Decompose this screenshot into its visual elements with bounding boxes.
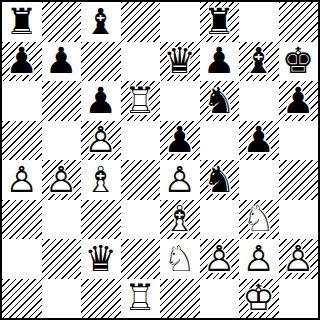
square-c7[interactable] (81, 42, 121, 82)
square-g7[interactable]: ♝ (239, 42, 279, 82)
square-d1[interactable]: ♜♖ (121, 279, 161, 319)
piece-glyph: ♟ (200, 42, 240, 82)
piece-outline-layer: ♗ (81, 160, 121, 200)
square-d7[interactable] (121, 42, 161, 82)
square-h4[interactable] (279, 160, 319, 200)
square-f2[interactable]: ♟♙ (200, 239, 240, 279)
square-e8[interactable] (160, 2, 200, 42)
piece-black-pawn[interactable]: ♟ (42, 42, 82, 82)
chess-board: ♜♝♜♟♟♛♟♝♚♟♜♖♞♟♟♙♟♟♟♙♟♙♝♗♟♙♞♝♗♞♘♛♞♘♟♙♟♙♟♙… (0, 0, 320, 320)
square-g8[interactable] (239, 2, 279, 42)
piece-glyph: ♜ (2, 2, 42, 42)
piece-black-pawn[interactable]: ♟ (81, 81, 121, 121)
square-e6[interactable] (160, 81, 200, 121)
square-a7[interactable]: ♟ (2, 42, 42, 82)
square-b6[interactable] (42, 81, 82, 121)
piece-outline-layer: ♖ (121, 81, 161, 121)
piece-outline-layer: ♙ (239, 239, 279, 279)
square-c4[interactable]: ♝♗ (81, 160, 121, 200)
square-f8[interactable]: ♜ (200, 2, 240, 42)
piece-white-pawn[interactable]: ♟♙ (200, 239, 240, 279)
square-e1[interactable] (160, 279, 200, 319)
square-e2[interactable]: ♞♘ (160, 239, 200, 279)
square-b5[interactable] (42, 121, 82, 161)
piece-glyph: ♟ (279, 81, 319, 121)
piece-black-pawn[interactable]: ♟ (279, 81, 319, 121)
piece-glyph: ♟ (2, 42, 42, 82)
square-h1[interactable] (279, 279, 319, 319)
piece-white-pawn[interactable]: ♟♙ (279, 239, 319, 279)
piece-outline-layer: ♙ (42, 160, 82, 200)
piece-glyph: ♞ (200, 160, 240, 200)
piece-white-pawn[interactable]: ♟♙ (42, 160, 82, 200)
square-e5[interactable]: ♟ (160, 121, 200, 161)
piece-black-pawn[interactable]: ♟ (200, 42, 240, 82)
piece-black-knight[interactable]: ♞ (200, 160, 240, 200)
square-a8[interactable]: ♜ (2, 2, 42, 42)
piece-glyph: ♚ (279, 42, 319, 82)
piece-black-pawn[interactable]: ♟ (2, 42, 42, 82)
square-c2[interactable]: ♛ (81, 239, 121, 279)
square-d6[interactable]: ♜♖ (121, 81, 161, 121)
square-f6[interactable]: ♞ (200, 81, 240, 121)
piece-white-king[interactable]: ♚♔ (239, 279, 279, 319)
piece-outline-layer: ♙ (81, 121, 121, 161)
square-f7[interactable]: ♟ (200, 42, 240, 82)
square-f4[interactable]: ♞ (200, 160, 240, 200)
piece-glyph: ♝ (81, 2, 121, 42)
square-d3[interactable] (121, 200, 161, 240)
piece-black-bishop[interactable]: ♝ (81, 2, 121, 42)
square-b1[interactable] (42, 279, 82, 319)
square-d8[interactable] (121, 2, 161, 42)
piece-outline-layer: ♙ (160, 160, 200, 200)
piece-white-pawn[interactable]: ♟♙ (81, 121, 121, 161)
square-h5[interactable] (279, 121, 319, 161)
piece-black-rook[interactable]: ♜ (200, 2, 240, 42)
piece-white-pawn[interactable]: ♟♙ (160, 160, 200, 200)
square-c1[interactable] (81, 279, 121, 319)
piece-outline-layer: ♙ (279, 239, 319, 279)
piece-glyph: ♛ (160, 42, 200, 82)
piece-glyph: ♟ (81, 81, 121, 121)
piece-outline-layer: ♖ (121, 279, 161, 319)
piece-outline-layer: ♙ (2, 160, 42, 200)
piece-glyph: ♟ (160, 121, 200, 161)
square-c5[interactable]: ♟♙ (81, 121, 121, 161)
piece-black-queen[interactable]: ♛ (81, 239, 121, 279)
square-b4[interactable]: ♟♙ (42, 160, 82, 200)
square-h7[interactable]: ♚ (279, 42, 319, 82)
piece-black-bishop[interactable]: ♝ (239, 42, 279, 82)
square-f5[interactable] (200, 121, 240, 161)
piece-outline-layer: ♙ (200, 239, 240, 279)
square-h6[interactable]: ♟ (279, 81, 319, 121)
square-h8[interactable] (279, 2, 319, 42)
piece-white-knight[interactable]: ♞♘ (239, 200, 279, 240)
square-g4[interactable] (239, 160, 279, 200)
piece-white-pawn[interactable]: ♟♙ (2, 160, 42, 200)
square-g3[interactable]: ♞♘ (239, 200, 279, 240)
square-d5[interactable] (121, 121, 161, 161)
square-e3[interactable]: ♝♗ (160, 200, 200, 240)
piece-white-pawn[interactable]: ♟♙ (239, 239, 279, 279)
square-h3[interactable] (279, 200, 319, 240)
square-a4[interactable]: ♟♙ (2, 160, 42, 200)
piece-glyph: ♝ (239, 42, 279, 82)
piece-outline-layer: ♘ (160, 239, 200, 279)
piece-outline-layer: ♔ (239, 279, 279, 319)
piece-black-queen[interactable]: ♛ (160, 42, 200, 82)
square-f1[interactable] (200, 279, 240, 319)
piece-white-bishop[interactable]: ♝♗ (160, 200, 200, 240)
piece-glyph: ♛ (81, 239, 121, 279)
square-a2[interactable] (2, 239, 42, 279)
square-b3[interactable] (42, 200, 82, 240)
square-h2[interactable]: ♟♙ (279, 239, 319, 279)
piece-outline-layer: ♘ (239, 200, 279, 240)
square-b7[interactable]: ♟ (42, 42, 82, 82)
piece-outline-layer: ♗ (160, 200, 200, 240)
square-g6[interactable] (239, 81, 279, 121)
piece-black-knight[interactable]: ♞ (200, 81, 240, 121)
piece-glyph: ♟ (239, 121, 279, 161)
piece-black-pawn[interactable]: ♟ (160, 121, 200, 161)
square-d2[interactable] (121, 239, 161, 279)
square-f3[interactable] (200, 200, 240, 240)
piece-black-pawn[interactable]: ♟ (239, 121, 279, 161)
piece-white-rook[interactable]: ♜♖ (121, 279, 161, 319)
square-b2[interactable] (42, 239, 82, 279)
square-c6[interactable]: ♟ (81, 81, 121, 121)
piece-white-knight[interactable]: ♞♘ (160, 239, 200, 279)
piece-white-bishop[interactable]: ♝♗ (81, 160, 121, 200)
square-c8[interactable]: ♝ (81, 2, 121, 42)
piece-white-rook[interactable]: ♜♖ (121, 81, 161, 121)
square-g2[interactable]: ♟♙ (239, 239, 279, 279)
square-g5[interactable]: ♟ (239, 121, 279, 161)
square-g1[interactable]: ♚♔ (239, 279, 279, 319)
piece-glyph: ♟ (42, 42, 82, 82)
square-e4[interactable]: ♟♙ (160, 160, 200, 200)
square-c3[interactable] (81, 200, 121, 240)
piece-glyph: ♜ (200, 2, 240, 42)
square-a6[interactable] (2, 81, 42, 121)
square-a3[interactable] (2, 200, 42, 240)
piece-black-rook[interactable]: ♜ (2, 2, 42, 42)
piece-glyph: ♞ (200, 81, 240, 121)
square-d4[interactable] (121, 160, 161, 200)
square-e7[interactable]: ♛ (160, 42, 200, 82)
square-a1[interactable] (2, 279, 42, 319)
square-a5[interactable] (2, 121, 42, 161)
piece-black-king[interactable]: ♚ (279, 42, 319, 82)
square-b8[interactable] (42, 2, 82, 42)
